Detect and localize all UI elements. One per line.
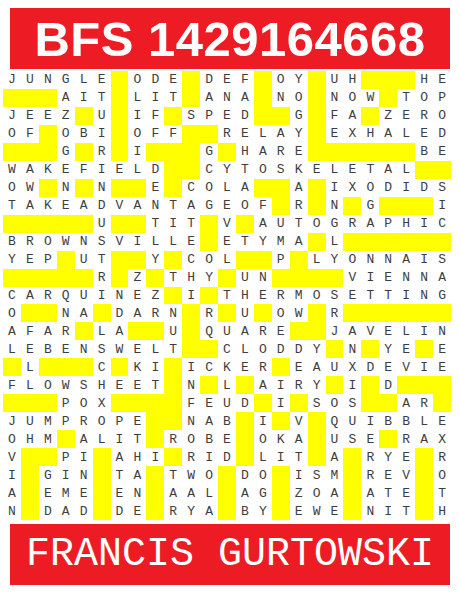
letter-cell: D [93, 197, 111, 215]
blocked-cell [57, 251, 75, 269]
blocked-cell [343, 233, 361, 251]
letter-cell: M [326, 466, 344, 484]
letter-cell: E [218, 71, 236, 89]
letter-cell: L [146, 340, 164, 358]
letter-cell: O [39, 233, 57, 251]
letter-cell: A [21, 197, 39, 215]
letter-cell: V [343, 269, 361, 287]
letter-cell: I [111, 430, 129, 448]
blocked-cell [272, 502, 290, 520]
letter-cell: U [21, 71, 39, 89]
letter-cell: A [182, 484, 200, 502]
letter-cell: Q [200, 322, 218, 340]
letter-cell: Y [200, 269, 218, 287]
letter-cell: N [415, 269, 433, 287]
blocked-cell [254, 179, 272, 197]
letter-cell: D [236, 466, 254, 484]
letter-cell: M [272, 233, 290, 251]
blocked-cell [75, 107, 93, 125]
letter-cell: E [397, 448, 415, 466]
blocked-cell [93, 502, 111, 520]
blocked-cell [164, 448, 182, 466]
letter-cell: L [21, 358, 39, 376]
letter-cell: W [57, 233, 75, 251]
letter-cell: S [433, 251, 451, 269]
letter-cell: A [254, 376, 272, 394]
blocked-cell [379, 89, 397, 107]
blocked-cell [146, 430, 164, 448]
letter-cell: E [111, 484, 129, 502]
letter-cell: I [361, 412, 379, 430]
letter-cell: E [57, 197, 75, 215]
letter-cell: M [39, 412, 57, 430]
blocked-cell [415, 197, 433, 215]
blocked-cell [308, 107, 326, 125]
letter-cell: Y [290, 71, 308, 89]
letter-cell: G [326, 215, 344, 233]
letter-cell: T [379, 287, 397, 305]
blocked-cell [308, 89, 326, 107]
letter-cell: N [343, 340, 361, 358]
letter-cell: O [57, 125, 75, 143]
blocked-cell [75, 143, 93, 161]
blocked-cell [39, 269, 57, 287]
letter-cell: X [343, 358, 361, 376]
letter-cell: G [39, 466, 57, 484]
blocked-cell [182, 125, 200, 143]
letter-cell: I [75, 448, 93, 466]
letter-cell: S [93, 340, 111, 358]
letter-cell: T [397, 502, 415, 520]
blocked-cell [146, 269, 164, 287]
letter-cell: O [308, 215, 326, 233]
letter-cell: E [308, 161, 326, 179]
letter-cell: O [272, 71, 290, 89]
blocked-cell [182, 340, 200, 358]
letter-cell: A [379, 125, 397, 143]
blocked-cell [21, 394, 39, 412]
letter-cell: R [254, 322, 272, 340]
letter-cell: C [3, 287, 21, 305]
letter-cell: E [397, 340, 415, 358]
blocked-cell [164, 287, 182, 305]
letter-cell: O [39, 376, 57, 394]
letter-cell: E [21, 251, 39, 269]
letter-cell: A [200, 502, 218, 520]
blocked-cell [21, 466, 39, 484]
letter-cell: E [236, 125, 254, 143]
letter-cell: I [254, 412, 272, 430]
letter-cell: A [254, 143, 272, 161]
letter-cell: S [433, 179, 451, 197]
letter-cell: R [272, 143, 290, 161]
blocked-cell [128, 215, 146, 233]
letter-cell: N [128, 484, 146, 502]
letter-cell: J [3, 107, 21, 125]
letter-cell: N [361, 251, 379, 269]
blocked-cell [39, 304, 57, 322]
blocked-cell [379, 233, 397, 251]
blocked-cell [111, 179, 129, 197]
blocked-cell [308, 430, 326, 448]
letter-cell: U [75, 287, 93, 305]
letter-cell: E [433, 143, 451, 161]
blocked-cell [343, 143, 361, 161]
letter-cell: L [397, 125, 415, 143]
letter-cell: M [39, 430, 57, 448]
blocked-cell [39, 215, 57, 233]
letter-cell: H [182, 269, 200, 287]
blocked-cell [290, 322, 308, 340]
blocked-cell [21, 143, 39, 161]
letter-cell: T [3, 197, 21, 215]
blocked-cell [326, 376, 344, 394]
letter-cell: Y [379, 448, 397, 466]
blocked-cell [218, 143, 236, 161]
letter-cell: H [343, 71, 361, 89]
letter-cell: E [128, 376, 146, 394]
letter-cell: E [379, 322, 397, 340]
letter-cell: I [343, 376, 361, 394]
letter-cell: R [415, 394, 433, 412]
letter-cell: F [164, 125, 182, 143]
letter-cell: D [379, 179, 397, 197]
letter-cell: U [326, 430, 344, 448]
letter-cell: D [236, 394, 254, 412]
letter-cell: T [93, 251, 111, 269]
letter-cell: R [218, 125, 236, 143]
letter-cell: A [361, 484, 379, 502]
letter-cell: P [57, 394, 75, 412]
letter-cell: T [182, 215, 200, 233]
letter-cell: P [433, 89, 451, 107]
blocked-cell [218, 466, 236, 484]
letter-cell: E [200, 394, 218, 412]
letter-cell: E [290, 502, 308, 520]
blocked-cell [272, 412, 290, 430]
letter-cell: E [128, 502, 146, 520]
letter-cell: H [361, 125, 379, 143]
blocked-cell [290, 269, 308, 287]
blocked-cell [164, 179, 182, 197]
letter-cell: C [182, 179, 200, 197]
blocked-cell [93, 484, 111, 502]
letter-cell: W [3, 161, 21, 179]
letter-cell: O [254, 430, 272, 448]
letter-cell: E [326, 125, 344, 143]
letter-cell: Z [379, 107, 397, 125]
letter-cell: R [415, 107, 433, 125]
blocked-cell [57, 358, 75, 376]
letter-cell: K [39, 161, 57, 179]
letter-cell: X [433, 430, 451, 448]
blocked-cell [3, 394, 21, 412]
letter-cell: U [93, 215, 111, 233]
letter-cell: Y [379, 340, 397, 358]
letter-cell: U [218, 322, 236, 340]
blocked-cell [433, 233, 451, 251]
blocked-cell [146, 322, 164, 340]
letter-cell: W [361, 89, 379, 107]
blocked-cell [308, 71, 326, 89]
letter-cell: T [111, 466, 129, 484]
letter-cell: L [308, 251, 326, 269]
blocked-cell [254, 89, 272, 107]
letter-cell: A [164, 484, 182, 502]
letter-cell: Y [146, 251, 164, 269]
letter-cell: I [93, 287, 111, 305]
letter-cell: E [93, 71, 111, 89]
letter-cell: O [75, 394, 93, 412]
blocked-cell [236, 412, 254, 430]
letter-cell: A [3, 322, 21, 340]
letter-cell: R [361, 448, 379, 466]
letter-cell: B [75, 125, 93, 143]
blocked-cell [182, 71, 200, 89]
letter-cell: A [236, 484, 254, 502]
blocked-cell [21, 502, 39, 520]
letter-cell: A [39, 322, 57, 340]
letter-cell: R [254, 358, 272, 376]
letter-cell: T [290, 215, 308, 233]
letter-cell: D [200, 71, 218, 89]
blocked-cell [182, 143, 200, 161]
blocked-cell [343, 484, 361, 502]
letter-cell: I [128, 107, 146, 125]
letter-cell: N [254, 269, 272, 287]
blocked-cell [397, 304, 415, 322]
letter-cell: P [272, 251, 290, 269]
blocked-cell [272, 179, 290, 197]
letter-cell: K [272, 430, 290, 448]
letter-cell: E [146, 179, 164, 197]
blocked-cell [308, 269, 326, 287]
letter-cell: A [182, 197, 200, 215]
letter-cell: V [218, 215, 236, 233]
letter-cell: I [397, 287, 415, 305]
letter-cell: T [128, 430, 146, 448]
letter-cell: D [361, 358, 379, 376]
letter-cell: I [290, 466, 308, 484]
letter-cell: A [75, 304, 93, 322]
letter-cell: U [236, 304, 254, 322]
letter-cell: H [236, 287, 254, 305]
blocked-cell [164, 143, 182, 161]
letter-cell: E [218, 430, 236, 448]
letter-cell: P [57, 448, 75, 466]
letter-cell: Q [326, 412, 344, 430]
blocked-cell [182, 161, 200, 179]
letter-cell: F [146, 107, 164, 125]
letter-cell: W [21, 179, 39, 197]
letter-cell: F [326, 107, 344, 125]
letter-cell: E [218, 107, 236, 125]
letter-cell: N [93, 179, 111, 197]
letter-cell: C [200, 358, 218, 376]
letter-cell: E [433, 412, 451, 430]
letter-cell: L [128, 161, 146, 179]
letter-cell: N [3, 502, 21, 520]
blocked-cell [39, 448, 57, 466]
letter-cell: W [182, 466, 200, 484]
letter-cell: E [57, 340, 75, 358]
blocked-cell [272, 466, 290, 484]
letter-cell: A [57, 89, 75, 107]
letter-cell: E [21, 340, 39, 358]
letter-cell: B [415, 143, 433, 161]
letter-cell: I [397, 179, 415, 197]
letter-cell: E [128, 340, 146, 358]
letter-cell: P [111, 412, 129, 430]
blocked-cell [415, 502, 433, 520]
letter-cell: D [415, 179, 433, 197]
letter-cell: B [218, 412, 236, 430]
letter-cell: A [326, 484, 344, 502]
letter-cell: D [272, 340, 290, 358]
letter-cell: S [272, 161, 290, 179]
letter-cell: K [218, 358, 236, 376]
letter-cell: S [326, 287, 344, 305]
letter-cell: K [128, 358, 146, 376]
letter-cell: J [326, 322, 344, 340]
letter-cell: F [75, 161, 93, 179]
letter-cell: S [75, 376, 93, 394]
letter-cell: N [326, 197, 344, 215]
letter-cell: O [200, 251, 218, 269]
blocked-cell [379, 394, 397, 412]
blocked-cell [111, 251, 129, 269]
letter-cell: G [57, 71, 75, 89]
blocked-cell [272, 107, 290, 125]
letter-cell: O [254, 466, 272, 484]
blocked-cell [39, 394, 57, 412]
blocked-cell [93, 304, 111, 322]
blocked-cell [308, 304, 326, 322]
blocked-cell [272, 197, 290, 215]
letter-cell: E [111, 161, 129, 179]
letter-cell: E [433, 358, 451, 376]
blocked-cell [272, 269, 290, 287]
letter-cell: O [433, 107, 451, 125]
letter-cell: I [200, 448, 218, 466]
letter-cell: T [397, 89, 415, 107]
blocked-cell [75, 269, 93, 287]
blocked-cell [111, 394, 129, 412]
blocked-cell [361, 304, 379, 322]
blocked-cell [433, 394, 451, 412]
letter-cell: N [75, 340, 93, 358]
letter-cell: C [433, 215, 451, 233]
letter-cell: A [433, 269, 451, 287]
letter-cell: C [218, 340, 236, 358]
letter-cell: T [164, 89, 182, 107]
letter-cell: A [200, 89, 218, 107]
blocked-cell [39, 143, 57, 161]
letter-cell: O [200, 466, 218, 484]
letter-cell: U [326, 71, 344, 89]
blocked-cell [146, 484, 164, 502]
letter-cell: P [200, 107, 218, 125]
letter-cell: G [254, 484, 272, 502]
letter-cell: N [75, 233, 93, 251]
letter-cell: W [308, 502, 326, 520]
letter-cell: O [343, 251, 361, 269]
letter-cell: I [146, 358, 164, 376]
letter-cell: K [39, 197, 57, 215]
letter-cell: E [379, 466, 397, 484]
letter-cell: V [3, 448, 21, 466]
letter-cell: A [75, 197, 93, 215]
letter-cell: S [343, 394, 361, 412]
blocked-cell [433, 304, 451, 322]
letter-cell: A [236, 179, 254, 197]
blocked-cell [128, 394, 146, 412]
letter-cell: D [39, 502, 57, 520]
blocked-cell [75, 179, 93, 197]
letter-cell: E [128, 287, 146, 305]
letter-cell: T [146, 215, 164, 233]
letter-cell: R [290, 197, 308, 215]
letter-cell: B [39, 340, 57, 358]
letter-cell: G [57, 143, 75, 161]
letter-cell: L [128, 89, 146, 107]
blocked-cell [200, 233, 218, 251]
letter-cell: S [308, 466, 326, 484]
letter-cell: O [182, 430, 200, 448]
blocked-cell [93, 448, 111, 466]
letter-cell: E [57, 161, 75, 179]
letter-cell: G [200, 197, 218, 215]
letter-cell: T [236, 233, 254, 251]
letter-cell: O [343, 89, 361, 107]
blocked-cell [343, 197, 361, 215]
letter-cell: E [290, 143, 308, 161]
author-name: FRANCIS GURTOWSKI [26, 532, 434, 577]
blocked-cell [415, 304, 433, 322]
letter-cell: A [57, 502, 75, 520]
blocked-cell [254, 251, 272, 269]
letter-cell: A [308, 358, 326, 376]
blocked-cell [146, 394, 164, 412]
letter-cell: N [146, 197, 164, 215]
letter-cell: E [182, 233, 200, 251]
blocked-cell [111, 143, 129, 161]
letter-cell: O [433, 466, 451, 484]
letter-cell: R [93, 269, 111, 287]
letter-cell: N [57, 179, 75, 197]
letter-cell: L [93, 430, 111, 448]
blocked-cell [308, 233, 326, 251]
letter-cell: P [379, 215, 397, 233]
blocked-cell [343, 448, 361, 466]
blocked-cell [3, 89, 21, 107]
blocked-cell [361, 71, 379, 89]
blocked-cell [415, 233, 433, 251]
letter-cell: H [397, 215, 415, 233]
letter-cell: T [164, 466, 182, 484]
letter-cell: U [21, 412, 39, 430]
letter-cell: R [93, 143, 111, 161]
blocked-cell [146, 466, 164, 484]
blocked-cell [21, 304, 39, 322]
blocked-cell [21, 484, 39, 502]
letter-cell: U [236, 269, 254, 287]
blocked-cell [272, 358, 290, 376]
letter-cell: N [272, 89, 290, 107]
letter-cell: A [379, 161, 397, 179]
blocked-cell [111, 71, 129, 89]
letter-cell: O [3, 304, 21, 322]
